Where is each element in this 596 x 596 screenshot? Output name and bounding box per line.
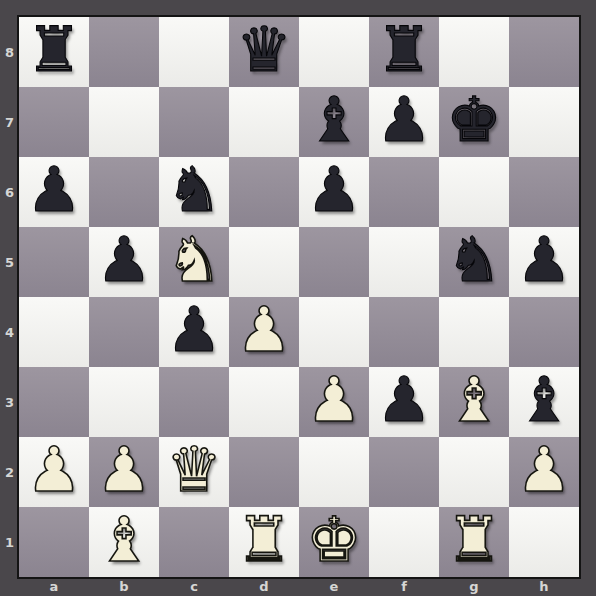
square-b4[interactable] <box>89 297 159 367</box>
square-g5[interactable]: ♞ <box>439 227 509 297</box>
black-pawn-a6[interactable]: ♟ <box>26 159 82 221</box>
black-pawn-c4[interactable]: ♟ <box>166 299 222 361</box>
square-b1[interactable]: ♝ <box>89 507 159 577</box>
square-g2[interactable] <box>439 437 509 507</box>
file-label-a: a <box>19 579 89 596</box>
rank-label-6: 6 <box>0 157 19 227</box>
square-h2[interactable]: ♟ <box>509 437 579 507</box>
square-b8[interactable] <box>89 17 159 87</box>
square-h6[interactable] <box>509 157 579 227</box>
square-g1[interactable]: ♜ <box>439 507 509 577</box>
white-queen-c2[interactable]: ♛ <box>166 439 222 501</box>
square-f4[interactable] <box>369 297 439 367</box>
black-rook-a8[interactable]: ♜ <box>26 19 82 81</box>
square-g7[interactable]: ♚ <box>439 87 509 157</box>
white-rook-d1[interactable]: ♜ <box>236 509 292 571</box>
square-b3[interactable] <box>89 367 159 437</box>
file-label-d: d <box>229 579 299 596</box>
square-a1[interactable] <box>19 507 89 577</box>
rank-label-2: 2 <box>0 437 19 507</box>
square-e7[interactable]: ♝ <box>299 87 369 157</box>
black-bishop-h3[interactable]: ♝ <box>516 369 572 431</box>
square-e5[interactable] <box>299 227 369 297</box>
square-h1[interactable] <box>509 507 579 577</box>
black-bishop-e7[interactable]: ♝ <box>306 89 362 151</box>
white-pawn-h2[interactable]: ♟ <box>516 439 572 501</box>
square-h7[interactable] <box>509 87 579 157</box>
file-label-g: g <box>439 579 509 596</box>
square-d4[interactable]: ♟ <box>229 297 299 367</box>
square-f8[interactable]: ♜ <box>369 17 439 87</box>
black-knight-g5[interactable]: ♞ <box>446 229 502 291</box>
square-c7[interactable] <box>159 87 229 157</box>
square-c4[interactable]: ♟ <box>159 297 229 367</box>
square-c3[interactable] <box>159 367 229 437</box>
square-c5[interactable]: ♞ <box>159 227 229 297</box>
square-b5[interactable]: ♟ <box>89 227 159 297</box>
square-e1[interactable]: ♚ <box>299 507 369 577</box>
white-pawn-b2[interactable]: ♟ <box>96 439 152 501</box>
square-b6[interactable] <box>89 157 159 227</box>
square-h5[interactable]: ♟ <box>509 227 579 297</box>
square-a3[interactable] <box>19 367 89 437</box>
rank-labels: 87654321 <box>0 17 19 577</box>
rank-label-8: 8 <box>0 17 19 87</box>
file-labels: abcdefgh <box>19 579 579 596</box>
rank-label-4: 4 <box>0 297 19 367</box>
black-knight-c6[interactable]: ♞ <box>166 159 222 221</box>
file-label-c: c <box>159 579 229 596</box>
square-c2[interactable]: ♛ <box>159 437 229 507</box>
square-b7[interactable] <box>89 87 159 157</box>
square-f6[interactable] <box>369 157 439 227</box>
square-g4[interactable] <box>439 297 509 367</box>
black-pawn-e6[interactable]: ♟ <box>306 159 362 221</box>
square-d8[interactable]: ♛ <box>229 17 299 87</box>
square-b2[interactable]: ♟ <box>89 437 159 507</box>
square-d7[interactable] <box>229 87 299 157</box>
square-g8[interactable] <box>439 17 509 87</box>
file-label-e: e <box>299 579 369 596</box>
square-f3[interactable]: ♟ <box>369 367 439 437</box>
file-label-h: h <box>509 579 579 596</box>
black-pawn-h5[interactable]: ♟ <box>516 229 572 291</box>
white-bishop-b1[interactable]: ♝ <box>96 509 152 571</box>
square-e2[interactable] <box>299 437 369 507</box>
square-e8[interactable] <box>299 17 369 87</box>
white-pawn-a2[interactable]: ♟ <box>26 439 82 501</box>
square-d1[interactable]: ♜ <box>229 507 299 577</box>
white-knight-c5[interactable]: ♞ <box>166 229 222 291</box>
white-pawn-e3[interactable]: ♟ <box>306 369 362 431</box>
black-pawn-f3[interactable]: ♟ <box>376 369 432 431</box>
board-frame: 87654321 ♜♛♜♝♟♚♟♞♟♟♞♞♟♟♟♟♟♝♝♟♟♛♟♝♜♚♜ abc… <box>0 0 596 596</box>
square-h8[interactable] <box>509 17 579 87</box>
white-pawn-d4[interactable]: ♟ <box>236 299 292 361</box>
square-e4[interactable] <box>299 297 369 367</box>
square-g6[interactable] <box>439 157 509 227</box>
square-d6[interactable] <box>229 157 299 227</box>
white-rook-g1[interactable]: ♜ <box>446 509 502 571</box>
black-rook-f8[interactable]: ♜ <box>376 19 432 81</box>
square-h3[interactable]: ♝ <box>509 367 579 437</box>
square-f5[interactable] <box>369 227 439 297</box>
square-c6[interactable]: ♞ <box>159 157 229 227</box>
board: ♜♛♜♝♟♚♟♞♟♟♞♞♟♟♟♟♟♝♝♟♟♛♟♝♜♚♜ <box>19 17 579 577</box>
square-h4[interactable] <box>509 297 579 367</box>
square-a2[interactable]: ♟ <box>19 437 89 507</box>
square-d5[interactable] <box>229 227 299 297</box>
black-king-g7[interactable]: ♚ <box>446 89 502 151</box>
black-pawn-f7[interactable]: ♟ <box>376 89 432 151</box>
square-a4[interactable] <box>19 297 89 367</box>
square-a6[interactable]: ♟ <box>19 157 89 227</box>
square-f7[interactable]: ♟ <box>369 87 439 157</box>
square-a8[interactable]: ♜ <box>19 17 89 87</box>
square-c1[interactable] <box>159 507 229 577</box>
square-a7[interactable] <box>19 87 89 157</box>
square-a5[interactable] <box>19 227 89 297</box>
white-bishop-g3[interactable]: ♝ <box>446 369 502 431</box>
black-queen-d8[interactable]: ♛ <box>236 19 292 81</box>
square-c8[interactable] <box>159 17 229 87</box>
square-e3[interactable]: ♟ <box>299 367 369 437</box>
black-pawn-b5[interactable]: ♟ <box>96 229 152 291</box>
rank-label-7: 7 <box>0 87 19 157</box>
square-f1[interactable] <box>369 507 439 577</box>
square-g3[interactable]: ♝ <box>439 367 509 437</box>
file-label-f: f <box>369 579 439 596</box>
square-d2[interactable] <box>229 437 299 507</box>
square-e6[interactable]: ♟ <box>299 157 369 227</box>
white-king-e1[interactable]: ♚ <box>306 509 362 571</box>
rank-label-1: 1 <box>0 507 19 577</box>
square-d3[interactable] <box>229 367 299 437</box>
rank-label-5: 5 <box>0 227 19 297</box>
square-f2[interactable] <box>369 437 439 507</box>
file-label-b: b <box>89 579 159 596</box>
rank-label-3: 3 <box>0 367 19 437</box>
